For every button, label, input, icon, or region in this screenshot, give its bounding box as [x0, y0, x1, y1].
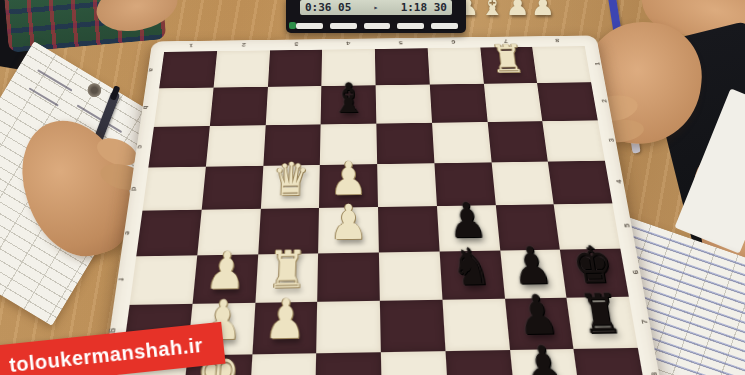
square[interactable]: [265, 86, 321, 125]
square[interactable]: [136, 210, 201, 257]
black-bishop[interactable]: ♝: [321, 75, 376, 123]
black-knight[interactable]: ♞: [439, 238, 505, 298]
square[interactable]: [377, 163, 437, 207]
captured-white-pawn: ♟: [531, 0, 555, 21]
coordinate-label: 8: [531, 37, 584, 44]
square[interactable]: ♟: [510, 349, 582, 375]
clock-turn-indicator-icon: ▸: [374, 3, 379, 12]
square[interactable]: [380, 300, 445, 352]
square[interactable]: [130, 255, 197, 305]
square[interactable]: [483, 83, 542, 122]
square[interactable]: [201, 166, 262, 210]
square[interactable]: [543, 120, 605, 161]
clock-button[interactable]: [397, 23, 424, 29]
square[interactable]: ♜: [567, 297, 638, 349]
square[interactable]: [537, 82, 597, 121]
chess-board: 12345678 abcdefgh 12345678 ♜♝♛♟♟♟♟♜♞♟♚♟♟…: [95, 35, 667, 375]
square[interactable]: [376, 85, 432, 124]
clock-button[interactable]: [364, 23, 391, 29]
white-pawn[interactable]: ♟: [252, 289, 318, 353]
square[interactable]: [430, 84, 488, 123]
square[interactable]: [379, 252, 442, 301]
coordinate-label: 2: [217, 41, 270, 48]
black-pawn[interactable]: ♟: [508, 335, 581, 375]
clock-button[interactable]: [296, 23, 323, 29]
square[interactable]: [442, 299, 509, 351]
clock-display: 0:36 05 ▸ 1:18 30: [300, 0, 452, 15]
clock-left-time: 0:36 05: [305, 1, 351, 14]
square[interactable]: ♜: [480, 47, 537, 84]
board-border: 12345678 abcdefgh 12345678 ♜♝♛♟♟♟♟♜♞♟♚♟♟…: [95, 35, 667, 375]
square[interactable]: [210, 87, 268, 126]
white-pawn[interactable]: ♟: [318, 195, 378, 251]
clock-button[interactable]: [330, 23, 357, 29]
square[interactable]: [491, 162, 554, 206]
square[interactable]: [548, 161, 612, 205]
square[interactable]: [249, 353, 317, 375]
coordinate-label: 4: [322, 40, 374, 47]
square[interactable]: [148, 126, 209, 168]
captured-white-pieces: ♟♝♟♟: [455, 0, 555, 21]
chess-clock: 0:36 05 ▸ 1:18 30: [286, 0, 466, 33]
square[interactable]: [487, 121, 548, 162]
square[interactable]: [376, 123, 434, 164]
square[interactable]: ♟: [252, 302, 318, 355]
square[interactable]: [445, 350, 515, 375]
square[interactable]: [267, 50, 322, 87]
square[interactable]: [316, 301, 380, 354]
square[interactable]: ♝: [321, 85, 377, 124]
coordinate-label: 1: [165, 42, 218, 49]
clock-buttons: [296, 23, 458, 29]
square[interactable]: [432, 122, 491, 163]
captured-white-bishop: ♝: [480, 0, 504, 21]
white-rook[interactable]: ♜: [479, 37, 537, 82]
square[interactable]: [532, 46, 591, 83]
clock-right-time: 1:18 30: [401, 1, 447, 14]
square[interactable]: [142, 167, 205, 211]
square[interactable]: [378, 206, 439, 252]
square[interactable]: [154, 88, 213, 127]
black-rook[interactable]: ♜: [565, 283, 638, 346]
square[interactable]: [381, 351, 449, 375]
square[interactable]: [159, 51, 217, 88]
clock-button[interactable]: [431, 23, 458, 29]
square[interactable]: [206, 125, 266, 166]
clock-brand-icon: [289, 22, 296, 29]
square[interactable]: [315, 352, 382, 375]
square[interactable]: ♟: [318, 207, 379, 253]
square[interactable]: [317, 252, 379, 301]
score-sheet-logo: [85, 81, 104, 100]
captured-white-pawn: ♟: [505, 0, 529, 21]
square[interactable]: ♞: [439, 251, 504, 300]
square[interactable]: [375, 48, 430, 85]
watermark-text: toloukermanshah.ir: [8, 333, 204, 375]
coordinate-label: 5: [375, 39, 428, 46]
square[interactable]: ♛: [260, 165, 320, 209]
coordinate-label: 3: [270, 41, 323, 48]
coordinate-label: 6: [427, 38, 480, 45]
white-queen[interactable]: ♛: [260, 154, 320, 207]
handwriting: [29, 87, 59, 106]
handwriting: [37, 69, 72, 91]
tournament-photo: 12345678 abcdefgh 12345678 ♜♝♛♟♟♟♟♜♞♟♚♟♟…: [0, 0, 745, 375]
square[interactable]: [213, 50, 269, 87]
square[interactable]: [574, 348, 648, 375]
square[interactable]: [427, 48, 483, 85]
